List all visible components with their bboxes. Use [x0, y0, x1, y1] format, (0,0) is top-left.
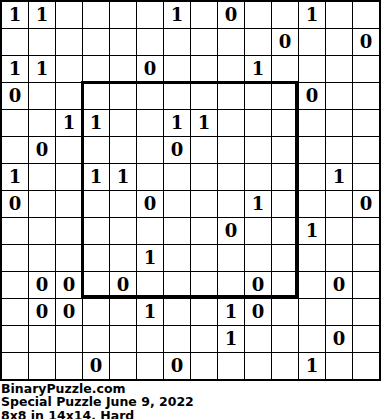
cell-r10c1[interactable]	[2, 245, 28, 271]
cell-r4c2[interactable]	[29, 83, 55, 109]
cell-r14c11[interactable]	[272, 353, 298, 379]
cell-r9c12: 1	[299, 218, 325, 244]
cell-r9c2[interactable]	[29, 218, 55, 244]
cell-r6c8[interactable]	[191, 137, 217, 163]
cell-r14c13[interactable]	[326, 353, 352, 379]
cell-r8c9[interactable]	[218, 191, 244, 217]
cell-r3c8[interactable]	[191, 56, 217, 82]
cell-r4c8[interactable]	[191, 83, 217, 109]
cell-r12c7[interactable]	[164, 299, 190, 325]
cell-r9c1[interactable]	[2, 218, 28, 244]
cell-r9c7[interactable]	[164, 218, 190, 244]
cell-r8c2[interactable]	[29, 191, 55, 217]
cell-r10c11[interactable]	[272, 245, 298, 271]
cell-r14c1[interactable]	[2, 353, 28, 379]
cell-r11c5: 0	[110, 272, 136, 298]
cell-r2c11: 0	[272, 29, 298, 55]
cell-r5c11[interactable]	[272, 110, 298, 136]
cell-r12c2: 0	[29, 299, 55, 325]
site-name: BinaryPuzzle.com	[1, 382, 381, 395]
cell-r11c14[interactable]	[353, 272, 379, 298]
footer: BinaryPuzzle.com Special Puzzle June 9, …	[0, 381, 381, 419]
cell-r8c14: 0	[353, 191, 379, 217]
cell-r13c6[interactable]	[137, 326, 163, 352]
cell-r13c12[interactable]	[299, 326, 325, 352]
cell-r7c1: 1	[2, 164, 28, 190]
cell-r3c3[interactable]	[56, 56, 82, 82]
cell-r7c12[interactable]	[299, 164, 325, 190]
cell-r11c13: 0	[326, 272, 352, 298]
cell-r7c14[interactable]	[353, 164, 379, 190]
cell-r7c13: 1	[326, 164, 352, 190]
cell-r6c10[interactable]	[245, 137, 271, 163]
cell-r14c14[interactable]	[353, 353, 379, 379]
cell-r1c1: 1	[2, 2, 28, 28]
cell-r9c14[interactable]	[353, 218, 379, 244]
cell-r2c6[interactable]	[137, 29, 163, 55]
cell-r12c14[interactable]	[353, 299, 379, 325]
cell-r3c6: 0	[137, 56, 163, 82]
cell-r9c10[interactable]	[245, 218, 271, 244]
cell-r1c6[interactable]	[137, 2, 163, 28]
cell-r5c5[interactable]	[110, 110, 136, 136]
cell-r4c7[interactable]	[164, 83, 190, 109]
cell-r4c6[interactable]	[137, 83, 163, 109]
cell-r4c10[interactable]	[245, 83, 271, 109]
cell-r10c8[interactable]	[191, 245, 217, 271]
cell-r12c5[interactable]	[110, 299, 136, 325]
cell-r11c7[interactable]	[164, 272, 190, 298]
cell-r7c5: 1	[110, 164, 136, 190]
cell-r3c4[interactable]	[83, 56, 109, 82]
cell-r1c3[interactable]	[56, 2, 82, 28]
cell-r2c2[interactable]	[29, 29, 55, 55]
cell-r13c14[interactable]	[353, 326, 379, 352]
cell-r3c5[interactable]	[110, 56, 136, 82]
cell-r10c4[interactable]	[83, 245, 109, 271]
cell-r6c12[interactable]	[299, 137, 325, 163]
cell-r6c5[interactable]	[110, 137, 136, 163]
cell-r12c4[interactable]	[83, 299, 109, 325]
cell-r13c5[interactable]	[110, 326, 136, 352]
cell-r10c5[interactable]	[110, 245, 136, 271]
cell-r8c8[interactable]	[191, 191, 217, 217]
cell-r3c13[interactable]	[326, 56, 352, 82]
cell-r4c1: 0	[2, 83, 28, 109]
cell-r10c7[interactable]	[164, 245, 190, 271]
cell-r10c13[interactable]	[326, 245, 352, 271]
cell-r7c8[interactable]	[191, 164, 217, 190]
cell-r5c12[interactable]	[299, 110, 325, 136]
cell-r8c3[interactable]	[56, 191, 82, 217]
cell-r6c14[interactable]	[353, 137, 379, 163]
cell-r3c11[interactable]	[272, 56, 298, 82]
cell-r1c8[interactable]	[191, 2, 217, 28]
puzzle-title: Special Puzzle June 9, 2022	[1, 395, 381, 408]
cell-r2c13[interactable]	[326, 29, 352, 55]
cell-r7c11[interactable]	[272, 164, 298, 190]
cell-r11c4[interactable]	[83, 272, 109, 298]
puzzle-page: 1110100110100111100111100100110000000110…	[0, 0, 381, 419]
cell-r14c7: 0	[164, 353, 190, 379]
cell-r13c13: 0	[326, 326, 352, 352]
cell-r11c11[interactable]	[272, 272, 298, 298]
cell-r6c1[interactable]	[2, 137, 28, 163]
cell-r13c4[interactable]	[83, 326, 109, 352]
cell-r2c8[interactable]	[191, 29, 217, 55]
cell-r11c12[interactable]	[299, 272, 325, 298]
cell-r11c3: 0	[56, 272, 82, 298]
cell-r6c2: 0	[29, 137, 55, 163]
cell-r10c6: 1	[137, 245, 163, 271]
cell-r5c14[interactable]	[353, 110, 379, 136]
cell-r14c4: 0	[83, 353, 109, 379]
cell-r4c4[interactable]	[83, 83, 109, 109]
cell-r2c10[interactable]	[245, 29, 271, 55]
cell-r8c7[interactable]	[164, 191, 190, 217]
cell-r10c2[interactable]	[29, 245, 55, 271]
cell-r5c7: 1	[164, 110, 190, 136]
cell-r1c14[interactable]	[353, 2, 379, 28]
cell-r7c10[interactable]	[245, 164, 271, 190]
cell-r14c3[interactable]	[56, 353, 82, 379]
cell-r9c5[interactable]	[110, 218, 136, 244]
cell-r13c3[interactable]	[56, 326, 82, 352]
cell-r14c2[interactable]	[29, 353, 55, 379]
cell-r4c12: 0	[299, 83, 325, 109]
cell-r9c9: 0	[218, 218, 244, 244]
cell-r14c8[interactable]	[191, 353, 217, 379]
cell-r6c4[interactable]	[83, 137, 109, 163]
cell-r3c2: 1	[29, 56, 55, 82]
cell-r3c9[interactable]	[218, 56, 244, 82]
cell-r8c13[interactable]	[326, 191, 352, 217]
cell-r6c11[interactable]	[272, 137, 298, 163]
cell-r4c3[interactable]	[56, 83, 82, 109]
cell-r9c3[interactable]	[56, 218, 82, 244]
cell-r8c10: 1	[245, 191, 271, 217]
cell-r13c10[interactable]	[245, 326, 271, 352]
cell-r12c12[interactable]	[299, 299, 325, 325]
cell-r3c10: 1	[245, 56, 271, 82]
cell-r12c11[interactable]	[272, 299, 298, 325]
cell-r6c6[interactable]	[137, 137, 163, 163]
cell-r3c14[interactable]	[353, 56, 379, 82]
cell-r1c2: 1	[29, 2, 55, 28]
cell-r5c3: 1	[56, 110, 82, 136]
cell-r7c3[interactable]	[56, 164, 82, 190]
cell-r8c6: 0	[137, 191, 163, 217]
cell-r4c5[interactable]	[110, 83, 136, 109]
cell-r3c1: 1	[2, 56, 28, 82]
cell-r8c1: 0	[2, 191, 28, 217]
cell-r3c7[interactable]	[164, 56, 190, 82]
cell-r11c10: 0	[245, 272, 271, 298]
cell-r7c7[interactable]	[164, 164, 190, 190]
cell-r1c10[interactable]	[245, 2, 271, 28]
cell-r12c3: 0	[56, 299, 82, 325]
cell-r12c10: 0	[245, 299, 271, 325]
cell-r4c9[interactable]	[218, 83, 244, 109]
cell-r10c10[interactable]	[245, 245, 271, 271]
cell-r9c8[interactable]	[191, 218, 217, 244]
cell-r5c4: 1	[83, 110, 109, 136]
binary-puzzle-board: 1110100110100111100111100100110000000110…	[0, 0, 381, 381]
cell-r4c13[interactable]	[326, 83, 352, 109]
cell-r5c2[interactable]	[29, 110, 55, 136]
cell-r2c7[interactable]	[164, 29, 190, 55]
cell-r1c13[interactable]	[326, 2, 352, 28]
cell-r13c7[interactable]	[164, 326, 190, 352]
cell-r13c1[interactable]	[2, 326, 28, 352]
cell-r6c9[interactable]	[218, 137, 244, 163]
cell-r12c1[interactable]	[2, 299, 28, 325]
cell-r14c9[interactable]	[218, 353, 244, 379]
cell-r5c10[interactable]	[245, 110, 271, 136]
cell-r2c14: 0	[353, 29, 379, 55]
cell-r8c5[interactable]	[110, 191, 136, 217]
cell-r14c5[interactable]	[110, 353, 136, 379]
cell-r4c14[interactable]	[353, 83, 379, 109]
cell-r11c2: 0	[29, 272, 55, 298]
cell-r5c8: 1	[191, 110, 217, 136]
cell-r10c9[interactable]	[218, 245, 244, 271]
cell-r14c6[interactable]	[137, 353, 163, 379]
cell-r12c9: 1	[218, 299, 244, 325]
cell-r14c10[interactable]	[245, 353, 271, 379]
cell-r12c6: 1	[137, 299, 163, 325]
cell-r9c11[interactable]	[272, 218, 298, 244]
cell-r2c3[interactable]	[56, 29, 82, 55]
cell-r7c4: 1	[83, 164, 109, 190]
cell-r11c1[interactable]	[2, 272, 28, 298]
cell-r6c13[interactable]	[326, 137, 352, 163]
cell-r7c6[interactable]	[137, 164, 163, 190]
cell-r14c12: 1	[299, 353, 325, 379]
cell-r9c6[interactable]	[137, 218, 163, 244]
cell-r9c13[interactable]	[326, 218, 352, 244]
cell-r2c4[interactable]	[83, 29, 109, 55]
cell-r10c3[interactable]	[56, 245, 82, 271]
cell-r6c7: 0	[164, 137, 190, 163]
cell-r13c2[interactable]	[29, 326, 55, 352]
cell-r5c13[interactable]	[326, 110, 352, 136]
cell-r1c5[interactable]	[110, 2, 136, 28]
cell-r8c4[interactable]	[83, 191, 109, 217]
cell-r7c9[interactable]	[218, 164, 244, 190]
cell-r1c7: 1	[164, 2, 190, 28]
cell-r13c11[interactable]	[272, 326, 298, 352]
cell-r1c11[interactable]	[272, 2, 298, 28]
cell-r8c12[interactable]	[299, 191, 325, 217]
cell-r9c4[interactable]	[83, 218, 109, 244]
cell-r5c6[interactable]	[137, 110, 163, 136]
cell-r11c9[interactable]	[218, 272, 244, 298]
cell-r11c6[interactable]	[137, 272, 163, 298]
cell-r1c12: 1	[299, 2, 325, 28]
cell-r10c12[interactable]	[299, 245, 325, 271]
cell-r8c11[interactable]	[272, 191, 298, 217]
cell-r1c9: 0	[218, 2, 244, 28]
cell-r2c5[interactable]	[110, 29, 136, 55]
cell-r3c12[interactable]	[299, 56, 325, 82]
cell-r11c8[interactable]	[191, 272, 217, 298]
cell-r2c9[interactable]	[218, 29, 244, 55]
cell-r5c9[interactable]	[218, 110, 244, 136]
cell-r12c13[interactable]	[326, 299, 352, 325]
cell-r13c9: 1	[218, 326, 244, 352]
puzzle-spec: 8x8 in 14x14, Hard	[1, 409, 381, 419]
cell-r7c2[interactable]	[29, 164, 55, 190]
cell-r1c4[interactable]	[83, 2, 109, 28]
cell-r2c1[interactable]	[2, 29, 28, 55]
cell-r10c14[interactable]	[353, 245, 379, 271]
cell-r12c8[interactable]	[191, 299, 217, 325]
cell-r2c12[interactable]	[299, 29, 325, 55]
cell-r4c11[interactable]	[272, 83, 298, 109]
cell-r6c3[interactable]	[56, 137, 82, 163]
cell-r13c8[interactable]	[191, 326, 217, 352]
cell-r5c1[interactable]	[2, 110, 28, 136]
